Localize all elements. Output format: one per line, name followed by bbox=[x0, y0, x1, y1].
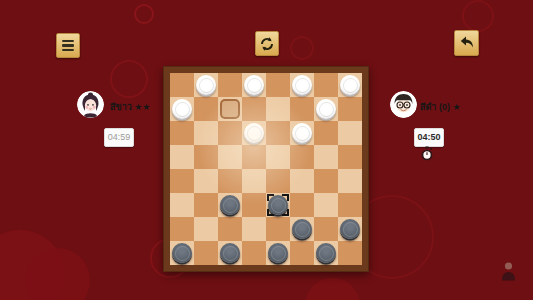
square-g6[interactable] bbox=[314, 121, 338, 145]
square-c8[interactable] bbox=[218, 73, 242, 97]
board-grid bbox=[170, 73, 362, 265]
square-a3[interactable] bbox=[170, 193, 194, 217]
square-g2[interactable] bbox=[314, 217, 338, 241]
white-player-clock: 04:59 bbox=[104, 128, 134, 147]
square-e3[interactable] bbox=[266, 193, 290, 217]
square-f2[interactable] bbox=[290, 217, 314, 241]
square-c7[interactable] bbox=[218, 97, 242, 121]
square-e5[interactable] bbox=[266, 145, 290, 169]
square-d5[interactable] bbox=[242, 145, 266, 169]
square-b6[interactable] bbox=[194, 121, 218, 145]
woman-avatar-icon bbox=[77, 91, 104, 118]
square-c5[interactable] bbox=[218, 145, 242, 169]
white-piece[interactable] bbox=[292, 75, 312, 95]
square-b7[interactable] bbox=[194, 97, 218, 121]
decor-circle bbox=[0, 230, 65, 300]
black-player-name: สีดำ (0) ★ bbox=[420, 100, 460, 114]
black-piece[interactable] bbox=[292, 219, 312, 239]
turn-indicator bbox=[421, 146, 433, 165]
square-h6[interactable] bbox=[338, 121, 362, 145]
square-h4[interactable] bbox=[338, 169, 362, 193]
square-d4[interactable] bbox=[242, 169, 266, 193]
decor-circle bbox=[462, 0, 494, 32]
square-f4[interactable] bbox=[290, 169, 314, 193]
square-e1[interactable] bbox=[266, 241, 290, 265]
last-move-highlight bbox=[220, 99, 240, 119]
square-a4[interactable] bbox=[170, 169, 194, 193]
decor-circle bbox=[25, 248, 90, 300]
square-e6[interactable] bbox=[266, 121, 290, 145]
square-b5[interactable] bbox=[194, 145, 218, 169]
white-piece[interactable] bbox=[340, 75, 360, 95]
square-g8[interactable] bbox=[314, 73, 338, 97]
square-d6[interactable] bbox=[242, 121, 266, 145]
square-b3[interactable] bbox=[194, 193, 218, 217]
square-h8[interactable] bbox=[338, 73, 362, 97]
white-piece[interactable] bbox=[316, 99, 336, 119]
white-piece[interactable] bbox=[244, 123, 264, 143]
square-g4[interactable] bbox=[314, 169, 338, 193]
person-silhouette-icon bbox=[501, 261, 516, 281]
square-b4[interactable] bbox=[194, 169, 218, 193]
black-player-clock: 04:50 bbox=[414, 128, 444, 147]
black-player-avatar bbox=[390, 91, 417, 118]
black-piece[interactable] bbox=[220, 195, 240, 215]
square-a8[interactable] bbox=[170, 73, 194, 97]
square-c1[interactable] bbox=[218, 241, 242, 265]
white-piece[interactable] bbox=[172, 99, 192, 119]
black-piece[interactable] bbox=[268, 243, 288, 263]
square-a1[interactable] bbox=[170, 241, 194, 265]
black-piece[interactable] bbox=[172, 243, 192, 263]
square-h2[interactable] bbox=[338, 217, 362, 241]
decor-circle bbox=[110, 60, 148, 98]
white-player-avatar bbox=[77, 91, 104, 118]
square-b2[interactable] bbox=[194, 217, 218, 241]
square-a5[interactable] bbox=[170, 145, 194, 169]
square-g3[interactable] bbox=[314, 193, 338, 217]
square-e8[interactable] bbox=[266, 73, 290, 97]
square-h3[interactable] bbox=[338, 193, 362, 217]
square-d7[interactable] bbox=[242, 97, 266, 121]
square-c4[interactable] bbox=[218, 169, 242, 193]
square-e2[interactable] bbox=[266, 217, 290, 241]
stopwatch-icon bbox=[421, 146, 433, 161]
black-piece[interactable] bbox=[220, 243, 240, 263]
player-corner-icon[interactable] bbox=[501, 261, 516, 285]
square-f7[interactable] bbox=[290, 97, 314, 121]
black-piece[interactable] bbox=[340, 219, 360, 239]
square-h5[interactable] bbox=[338, 145, 362, 169]
square-d2[interactable] bbox=[242, 217, 266, 241]
square-h7[interactable] bbox=[338, 97, 362, 121]
square-e4[interactable] bbox=[266, 169, 290, 193]
decor-circle bbox=[134, 4, 154, 24]
hamburger-icon bbox=[62, 40, 74, 51]
boy-avatar-icon bbox=[390, 91, 417, 118]
decor-circle bbox=[290, 36, 314, 60]
white-piece[interactable] bbox=[196, 75, 216, 95]
square-b8[interactable] bbox=[194, 73, 218, 97]
white-piece[interactable] bbox=[244, 75, 264, 95]
square-a6[interactable] bbox=[170, 121, 194, 145]
square-b1[interactable] bbox=[194, 241, 218, 265]
checkers-board bbox=[163, 66, 369, 272]
square-f3[interactable] bbox=[290, 193, 314, 217]
square-c3[interactable] bbox=[218, 193, 242, 217]
square-h1[interactable] bbox=[338, 241, 362, 265]
game-screen: สีขาว ★★ 04:59 สีดำ (0) ★ 04:50 bbox=[0, 0, 533, 300]
square-e7[interactable] bbox=[266, 97, 290, 121]
menu-button[interactable] bbox=[56, 33, 80, 58]
square-d1[interactable] bbox=[242, 241, 266, 265]
square-d3[interactable] bbox=[242, 193, 266, 217]
refresh-icon bbox=[259, 36, 275, 52]
black-piece[interactable] bbox=[268, 195, 288, 215]
square-g5[interactable] bbox=[314, 145, 338, 169]
square-c2[interactable] bbox=[218, 217, 242, 241]
square-f1[interactable] bbox=[290, 241, 314, 265]
square-f6[interactable] bbox=[290, 121, 314, 145]
undo-arrow-icon bbox=[459, 36, 475, 50]
decor-circle bbox=[305, 278, 360, 300]
square-g7[interactable] bbox=[314, 97, 338, 121]
black-piece[interactable] bbox=[316, 243, 336, 263]
undo-button[interactable] bbox=[454, 30, 479, 56]
square-a7[interactable] bbox=[170, 97, 194, 121]
square-d8[interactable] bbox=[242, 73, 266, 97]
square-f8[interactable] bbox=[290, 73, 314, 97]
square-a2[interactable] bbox=[170, 217, 194, 241]
square-c6[interactable] bbox=[218, 121, 242, 145]
white-player-name: สีขาว ★★ bbox=[110, 100, 150, 114]
new-game-button[interactable] bbox=[255, 31, 279, 56]
square-g1[interactable] bbox=[314, 241, 338, 265]
white-piece[interactable] bbox=[292, 123, 312, 143]
square-f5[interactable] bbox=[290, 145, 314, 169]
